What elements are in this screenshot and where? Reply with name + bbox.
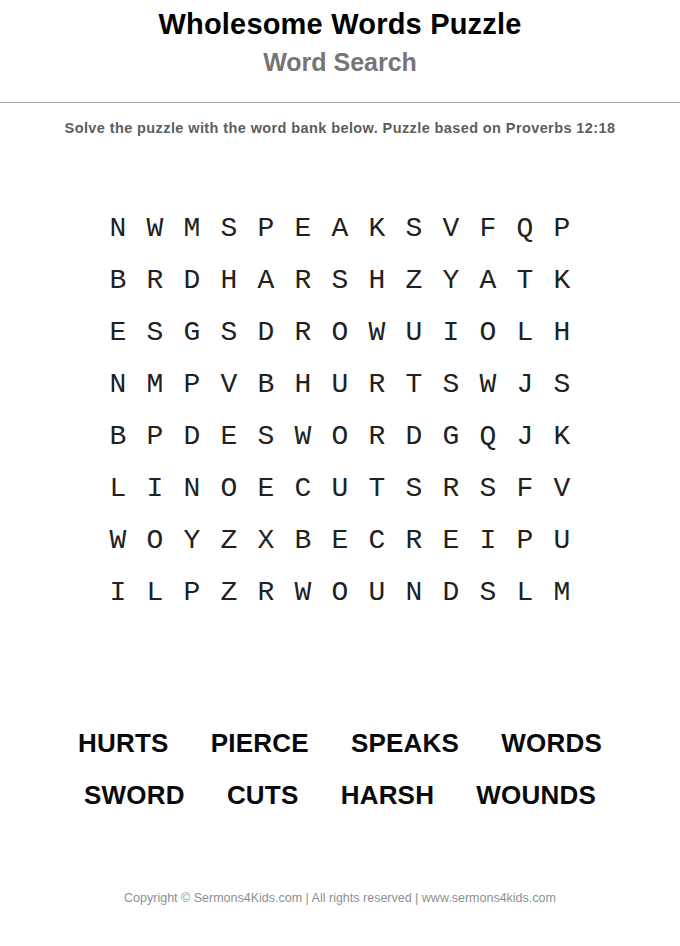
grid-cell[interactable]: D [174,254,211,306]
grid-cell[interactable]: H [544,306,581,358]
grid-cell[interactable]: B [100,410,137,462]
word-bank-word: WORDS [501,728,602,759]
grid-cell[interactable]: E [322,514,359,566]
word-bank-row: HURTSPIERCESPEAKSWORDS [78,728,602,759]
grid-cell[interactable]: S [211,202,248,254]
grid-cell[interactable]: N [174,462,211,514]
grid-cell[interactable]: M [137,358,174,410]
grid-cell[interactable]: E [100,306,137,358]
grid-cell[interactable]: W [100,514,137,566]
grid-cell[interactable]: Y [174,514,211,566]
grid-cell[interactable]: F [507,462,544,514]
grid-cell[interactable]: O [211,462,248,514]
grid-cell[interactable]: R [248,566,285,618]
grid-cell[interactable]: S [470,462,507,514]
grid-cell[interactable]: L [507,566,544,618]
grid-cell[interactable]: D [396,410,433,462]
grid-cell[interactable]: R [359,358,396,410]
grid-cell[interactable]: R [285,254,322,306]
word-bank-row: SWORDCUTSHARSHWOUNDS [84,780,596,811]
grid-cell[interactable]: K [544,410,581,462]
grid-cell[interactable]: O [137,514,174,566]
grid-cell[interactable]: L [137,566,174,618]
worksheet-header: Wholesome Words Puzzle Word Search [0,0,680,77]
grid-cell[interactable]: D [433,566,470,618]
grid-cell[interactable]: T [359,462,396,514]
grid-cell[interactable]: H [211,254,248,306]
word-bank-word: HURTS [78,728,169,759]
grid-cell[interactable]: O [470,306,507,358]
page-title: Wholesome Words Puzzle [0,0,680,41]
word-bank-word: WOUNDS [476,780,596,811]
grid-cell[interactable]: O [322,410,359,462]
header-divider [0,102,680,103]
grid-cell[interactable]: K [544,254,581,306]
grid-cell[interactable]: V [433,202,470,254]
grid-cell[interactable]: S [544,358,581,410]
grid-cell[interactable]: Y [433,254,470,306]
grid-cell[interactable]: N [100,202,137,254]
grid-cell[interactable]: P [544,202,581,254]
grid-cell[interactable]: S [211,306,248,358]
grid-cell[interactable]: U [544,514,581,566]
grid-cell[interactable]: L [100,462,137,514]
worksheet-footer: Copyright © Sermons4Kids.com | All right… [0,891,680,905]
grid-cell[interactable]: S [248,410,285,462]
grid-cell[interactable]: A [248,254,285,306]
grid-cell[interactable]: S [137,306,174,358]
grid-cell[interactable]: U [322,358,359,410]
grid-cell[interactable]: P [137,410,174,462]
grid-cell[interactable]: N [396,566,433,618]
instruction-text: Solve the puzzle with the word bank belo… [0,120,680,136]
grid-cell[interactable]: Z [396,254,433,306]
word-bank: HURTSPIERCESPEAKSWORDS SWORDCUTSHARSHWOU… [0,728,680,811]
grid-cell[interactable]: R [396,514,433,566]
grid-cell[interactable]: E [285,202,322,254]
grid-cell[interactable]: B [100,254,137,306]
grid-cell[interactable]: L [507,306,544,358]
grid-cell[interactable]: D [174,410,211,462]
grid-cell[interactable]: X [248,514,285,566]
grid-cell[interactable]: A [470,254,507,306]
grid-cell[interactable]: T [396,358,433,410]
grid-cell[interactable]: T [507,254,544,306]
grid-cell[interactable]: P [174,566,211,618]
grid-cell[interactable]: J [507,358,544,410]
grid-cell[interactable]: Q [470,410,507,462]
grid-cell[interactable]: P [248,202,285,254]
grid-cell[interactable]: D [248,306,285,358]
grid-cell[interactable]: H [285,358,322,410]
grid-cell[interactable]: N [100,358,137,410]
grid-cell[interactable]: W [137,202,174,254]
grid-cell[interactable]: Z [211,566,248,618]
grid-cell[interactable]: P [174,358,211,410]
grid-cell[interactable]: W [470,358,507,410]
grid-cell[interactable]: C [285,462,322,514]
grid-cell[interactable]: I [433,306,470,358]
grid-cell[interactable]: E [433,514,470,566]
grid-cell[interactable]: R [137,254,174,306]
grid-cell[interactable]: S [433,358,470,410]
grid-cell[interactable]: S [322,254,359,306]
worksheet-page: Wholesome Words Puzzle Word Search Solve… [0,0,680,946]
word-bank-word: HARSH [341,780,434,811]
word-bank-word: CUTS [227,780,299,811]
grid-cell[interactable]: V [544,462,581,514]
grid-cell[interactable]: M [544,566,581,618]
grid-cell[interactable]: O [322,306,359,358]
grid-cell[interactable]: H [359,254,396,306]
grid-cell[interactable]: E [248,462,285,514]
grid-cell[interactable]: I [137,462,174,514]
grid-cell[interactable]: U [396,306,433,358]
grid-cell[interactable]: S [470,566,507,618]
grid-cell[interactable]: R [285,306,322,358]
grid-cell[interactable]: P [507,514,544,566]
grid-cell[interactable]: R [433,462,470,514]
grid-cell[interactable]: I [470,514,507,566]
grid-cell[interactable]: E [211,410,248,462]
grid-cell[interactable]: R [359,410,396,462]
grid-cell[interactable]: K [359,202,396,254]
grid-cell[interactable]: Z [211,514,248,566]
grid-cell[interactable]: B [285,514,322,566]
grid-cell[interactable]: G [433,410,470,462]
grid-cell[interactable]: B [248,358,285,410]
grid-cell[interactable]: U [359,566,396,618]
grid-cell[interactable]: O [322,566,359,618]
word-bank-word: SPEAKS [351,728,459,759]
grid-cell[interactable]: S [396,202,433,254]
grid-cell[interactable]: C [359,514,396,566]
grid-cell[interactable]: J [507,410,544,462]
grid-cell[interactable]: W [285,410,322,462]
grid-cell[interactable]: G [174,306,211,358]
grid-cell[interactable]: F [470,202,507,254]
page-subtitle: Word Search [0,48,680,77]
word-search-grid: NWMSPEAKSVFQPBRDHARSHZYATKESGSDROWUIOLHN… [100,202,581,618]
grid-cell[interactable]: S [396,462,433,514]
grid-cell[interactable]: W [285,566,322,618]
copyright-text: Copyright © Sermons4Kids.com | All right… [0,891,680,905]
grid-cell[interactable]: V [211,358,248,410]
grid-cell[interactable]: W [359,306,396,358]
grid-cell[interactable]: M [174,202,211,254]
word-bank-word: SWORD [84,780,185,811]
grid-cell[interactable]: I [100,566,137,618]
grid-cell[interactable]: Q [507,202,544,254]
word-bank-word: PIERCE [211,728,309,759]
grid-cell[interactable]: U [322,462,359,514]
grid-cell[interactable]: A [322,202,359,254]
